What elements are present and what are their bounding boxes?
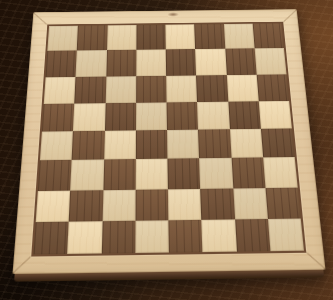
square-a6[interactable] [43, 77, 75, 104]
square-c1[interactable] [101, 220, 135, 253]
square-c3[interactable] [102, 159, 135, 189]
square-d2[interactable] [135, 189, 168, 221]
square-h3[interactable] [262, 157, 297, 187]
square-c6[interactable] [105, 76, 136, 103]
square-b8[interactable] [76, 25, 106, 50]
square-f2[interactable] [200, 188, 234, 220]
square-h1[interactable] [267, 218, 303, 251]
board-grid [31, 22, 306, 257]
square-e5[interactable] [166, 102, 198, 130]
square-a7[interactable] [45, 51, 76, 77]
square-e3[interactable] [167, 158, 200, 188]
square-b4[interactable] [71, 131, 104, 160]
square-f1[interactable] [201, 219, 236, 252]
square-g4[interactable] [229, 129, 262, 158]
square-e4[interactable] [167, 130, 199, 159]
square-a1[interactable] [33, 221, 68, 254]
square-e7[interactable] [165, 49, 196, 75]
square-h7[interactable] [254, 48, 286, 74]
square-e6[interactable] [166, 75, 197, 102]
square-g3[interactable] [231, 158, 265, 188]
square-d4[interactable] [135, 130, 167, 159]
square-g7[interactable] [224, 49, 256, 75]
square-a8[interactable] [47, 26, 78, 51]
square-b6[interactable] [74, 76, 105, 103]
square-c5[interactable] [104, 103, 135, 131]
square-b7[interactable] [75, 50, 106, 76]
square-f5[interactable] [197, 101, 229, 129]
square-h6[interactable] [256, 74, 289, 101]
square-g6[interactable] [226, 74, 258, 101]
square-a3[interactable] [37, 160, 71, 190]
square-a4[interactable] [39, 131, 72, 160]
square-b3[interactable] [70, 160, 103, 190]
square-g1[interactable] [234, 219, 270, 252]
board-frame [12, 9, 325, 274]
square-h5[interactable] [258, 101, 291, 129]
square-f4[interactable] [198, 129, 231, 158]
square-d3[interactable] [135, 159, 167, 189]
square-f3[interactable] [199, 158, 233, 188]
square-c8[interactable] [106, 25, 136, 50]
square-a2[interactable] [35, 190, 70, 222]
square-c7[interactable] [105, 50, 135, 76]
square-e8[interactable] [165, 24, 195, 49]
square-b2[interactable] [68, 190, 102, 222]
table-surface [0, 0, 333, 300]
square-g8[interactable] [223, 24, 254, 49]
square-h4[interactable] [260, 128, 294, 157]
square-f7[interactable] [195, 49, 226, 75]
square-d6[interactable] [135, 75, 166, 102]
square-g5[interactable] [227, 101, 260, 129]
square-d1[interactable] [135, 220, 169, 253]
square-c2[interactable] [102, 189, 135, 221]
square-b5[interactable] [73, 103, 105, 131]
square-e2[interactable] [167, 188, 201, 220]
square-d7[interactable] [136, 50, 166, 76]
square-e1[interactable] [168, 220, 202, 253]
chess-board [12, 9, 325, 274]
square-b1[interactable] [67, 221, 102, 254]
square-d8[interactable] [136, 25, 166, 50]
square-d5[interactable] [135, 102, 166, 130]
square-a5[interactable] [41, 103, 74, 131]
square-c4[interactable] [103, 130, 135, 159]
square-f8[interactable] [194, 24, 224, 49]
square-h2[interactable] [265, 187, 300, 219]
square-h8[interactable] [252, 23, 283, 48]
square-f6[interactable] [196, 75, 228, 102]
square-g2[interactable] [232, 188, 267, 220]
